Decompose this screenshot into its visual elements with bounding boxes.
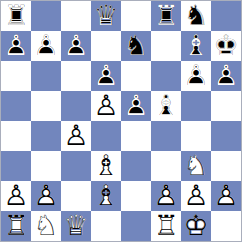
square-d3[interactable]: ♝♗ — [91, 151, 121, 181]
piece-outline-glyph: ♘ — [183, 2, 208, 30]
black-bishop[interactable]: ♝♗ — [181, 31, 211, 61]
square-b7[interactable]: ♟♙ — [31, 31, 61, 61]
white-knight[interactable]: ♞♘ — [181, 151, 211, 181]
piece-outline-glyph: ♖ — [153, 212, 178, 240]
square-d5[interactable]: ♟♙ — [91, 91, 121, 121]
square-e2[interactable] — [121, 181, 151, 211]
square-a8[interactable]: ♜♖ — [1, 1, 31, 31]
square-a3[interactable] — [1, 151, 31, 181]
white-queen[interactable]: ♛♕ — [61, 211, 91, 241]
piece-outline-glyph: ♘ — [183, 152, 208, 180]
black-king[interactable]: ♚♔ — [211, 31, 241, 61]
square-e6[interactable] — [121, 61, 151, 91]
piece-outline-glyph: ♕ — [93, 2, 118, 30]
square-e8[interactable] — [121, 1, 151, 31]
piece-fill-glyph: ♝ — [153, 92, 178, 120]
white-rook[interactable]: ♜♖ — [1, 211, 31, 241]
piece-fill-glyph: ♚ — [213, 32, 238, 60]
square-h1[interactable] — [211, 211, 241, 241]
square-b8[interactable] — [31, 1, 61, 31]
piece-outline-glyph: ♗ — [183, 32, 208, 60]
piece-fill-glyph: ♝ — [93, 152, 118, 180]
piece-fill-glyph: ♟ — [183, 62, 208, 90]
square-f5[interactable]: ♝♗ — [151, 91, 181, 121]
black-pawn[interactable]: ♟♙ — [31, 31, 61, 61]
piece-fill-glyph: ♟ — [3, 182, 28, 210]
piece-outline-glyph: ♗ — [153, 92, 178, 120]
white-rook[interactable]: ♜♖ — [151, 211, 181, 241]
piece-fill-glyph: ♜ — [153, 212, 178, 240]
black-pawn[interactable]: ♟♙ — [1, 31, 31, 61]
square-g5[interactable] — [181, 91, 211, 121]
square-c4[interactable]: ♟♙ — [61, 121, 91, 151]
piece-fill-glyph: ♟ — [33, 32, 58, 60]
black-pawn[interactable]: ♟♙ — [181, 61, 211, 91]
piece-fill-glyph: ♟ — [63, 122, 88, 150]
white-bishop[interactable]: ♝♗ — [91, 181, 121, 211]
square-c5[interactable] — [61, 91, 91, 121]
piece-fill-glyph: ♜ — [3, 2, 28, 30]
square-f3[interactable] — [151, 151, 181, 181]
piece-fill-glyph: ♜ — [3, 212, 28, 240]
piece-fill-glyph: ♟ — [33, 182, 58, 210]
piece-outline-glyph: ♙ — [33, 182, 58, 210]
black-queen[interactable]: ♛♕ — [91, 1, 121, 31]
square-e5[interactable]: ♟♙ — [121, 91, 151, 121]
white-pawn[interactable]: ♟♙ — [61, 121, 91, 151]
square-c3[interactable] — [61, 151, 91, 181]
square-a2[interactable]: ♟♙ — [1, 181, 31, 211]
square-a5[interactable] — [1, 91, 31, 121]
piece-fill-glyph: ♞ — [183, 152, 208, 180]
piece-outline-glyph: ♕ — [63, 212, 88, 240]
square-h6[interactable]: ♟♙ — [211, 61, 241, 91]
piece-fill-glyph: ♛ — [93, 2, 118, 30]
square-g1[interactable]: ♚♔ — [181, 211, 211, 241]
black-pawn[interactable]: ♟♙ — [121, 91, 151, 121]
square-b3[interactable] — [31, 151, 61, 181]
piece-fill-glyph: ♟ — [3, 32, 28, 60]
square-d8[interactable]: ♛♕ — [91, 1, 121, 31]
piece-outline-glyph: ♗ — [93, 182, 118, 210]
square-a1[interactable]: ♜♖ — [1, 211, 31, 241]
square-e7[interactable]: ♞♘ — [121, 31, 151, 61]
square-b4[interactable] — [31, 121, 61, 151]
black-rook[interactable]: ♜♖ — [151, 1, 181, 31]
black-pawn[interactable]: ♟♙ — [91, 61, 121, 91]
piece-outline-glyph: ♖ — [153, 2, 178, 30]
square-f4[interactable] — [151, 121, 181, 151]
piece-fill-glyph: ♞ — [33, 212, 58, 240]
square-b6[interactable] — [31, 61, 61, 91]
square-g7[interactable]: ♝♗ — [181, 31, 211, 61]
square-e3[interactable] — [121, 151, 151, 181]
square-b1[interactable]: ♞♘ — [31, 211, 61, 241]
piece-fill-glyph: ♟ — [213, 62, 238, 90]
black-pawn[interactable]: ♟♙ — [211, 61, 241, 91]
piece-fill-glyph: ♟ — [183, 182, 208, 210]
square-f7[interactable] — [151, 31, 181, 61]
square-h2[interactable]: ♟♙ — [211, 181, 241, 211]
white-pawn[interactable]: ♟♙ — [151, 181, 181, 211]
piece-outline-glyph: ♙ — [213, 182, 238, 210]
piece-fill-glyph: ♟ — [123, 92, 148, 120]
black-pawn[interactable]: ♟♙ — [61, 31, 91, 61]
square-c6[interactable] — [61, 61, 91, 91]
square-d6[interactable]: ♟♙ — [91, 61, 121, 91]
piece-outline-glyph: ♔ — [183, 212, 208, 240]
square-f6[interactable] — [151, 61, 181, 91]
piece-fill-glyph: ♝ — [93, 182, 118, 210]
square-a7[interactable]: ♟♙ — [1, 31, 31, 61]
square-g6[interactable]: ♟♙ — [181, 61, 211, 91]
piece-outline-glyph: ♙ — [183, 62, 208, 90]
square-d2[interactable]: ♝♗ — [91, 181, 121, 211]
piece-outline-glyph: ♖ — [3, 212, 28, 240]
white-bishop[interactable]: ♝♗ — [91, 151, 121, 181]
piece-outline-glyph: ♙ — [153, 182, 178, 210]
square-f1[interactable]: ♜♖ — [151, 211, 181, 241]
square-e4[interactable] — [121, 121, 151, 151]
piece-fill-glyph: ♜ — [153, 2, 178, 30]
piece-outline-glyph: ♘ — [33, 212, 58, 240]
square-c7[interactable]: ♟♙ — [61, 31, 91, 61]
square-a6[interactable] — [1, 61, 31, 91]
black-rook[interactable]: ♜♖ — [1, 1, 31, 31]
piece-outline-glyph: ♙ — [63, 122, 88, 150]
white-pawn[interactable]: ♟♙ — [1, 181, 31, 211]
piece-outline-glyph: ♙ — [183, 182, 208, 210]
square-c2[interactable] — [61, 181, 91, 211]
piece-fill-glyph: ♛ — [63, 212, 88, 240]
square-b2[interactable]: ♟♙ — [31, 181, 61, 211]
square-h3[interactable] — [211, 151, 241, 181]
square-g3[interactable]: ♞♘ — [181, 151, 211, 181]
square-f8[interactable]: ♜♖ — [151, 1, 181, 31]
square-c1[interactable]: ♛♕ — [61, 211, 91, 241]
square-a4[interactable] — [1, 121, 31, 151]
square-c8[interactable] — [61, 1, 91, 31]
black-bishop[interactable]: ♝♗ — [151, 91, 181, 121]
piece-outline-glyph: ♗ — [93, 152, 118, 180]
black-knight[interactable]: ♞♘ — [121, 31, 151, 61]
piece-fill-glyph: ♟ — [63, 32, 88, 60]
piece-fill-glyph: ♟ — [213, 182, 238, 210]
white-pawn[interactable]: ♟♙ — [181, 181, 211, 211]
white-pawn[interactable]: ♟♙ — [91, 91, 121, 121]
piece-fill-glyph: ♚ — [183, 212, 208, 240]
piece-outline-glyph: ♙ — [3, 182, 28, 210]
piece-outline-glyph: ♘ — [123, 32, 148, 60]
square-b5[interactable] — [31, 91, 61, 121]
white-pawn[interactable]: ♟♙ — [211, 181, 241, 211]
white-knight[interactable]: ♞♘ — [31, 211, 61, 241]
piece-outline-glyph: ♙ — [63, 32, 88, 60]
piece-outline-glyph: ♔ — [213, 32, 238, 60]
square-g4[interactable] — [181, 121, 211, 151]
square-h5[interactable] — [211, 91, 241, 121]
square-h8[interactable] — [211, 1, 241, 31]
black-knight[interactable]: ♞♘ — [181, 1, 211, 31]
square-d4[interactable] — [91, 121, 121, 151]
square-d1[interactable] — [91, 211, 121, 241]
piece-fill-glyph: ♝ — [183, 32, 208, 60]
square-e1[interactable] — [121, 211, 151, 241]
piece-outline-glyph: ♙ — [93, 92, 118, 120]
white-king[interactable]: ♚♔ — [181, 211, 211, 241]
piece-outline-glyph: ♖ — [3, 2, 28, 30]
square-f2[interactable]: ♟♙ — [151, 181, 181, 211]
piece-fill-glyph: ♞ — [123, 32, 148, 60]
square-g8[interactable]: ♞♘ — [181, 1, 211, 31]
piece-fill-glyph: ♞ — [183, 2, 208, 30]
piece-fill-glyph: ♟ — [93, 62, 118, 90]
piece-outline-glyph: ♙ — [213, 62, 238, 90]
piece-fill-glyph: ♟ — [93, 92, 118, 120]
piece-outline-glyph: ♙ — [123, 92, 148, 120]
square-h7[interactable]: ♚♔ — [211, 31, 241, 61]
piece-outline-glyph: ♙ — [93, 62, 118, 90]
piece-fill-glyph: ♟ — [153, 182, 178, 210]
piece-outline-glyph: ♙ — [33, 32, 58, 60]
square-g2[interactable]: ♟♙ — [181, 181, 211, 211]
square-d7[interactable] — [91, 31, 121, 61]
white-pawn[interactable]: ♟♙ — [31, 181, 61, 211]
chess-board: ♜♖♛♕♜♖♞♘♟♙♟♙♟♙♞♘♝♗♚♔♟♙♟♙♟♙♟♙♟♙♝♗♟♙♝♗♞♘♟♙… — [0, 0, 242, 242]
square-h4[interactable] — [211, 121, 241, 151]
piece-outline-glyph: ♙ — [3, 32, 28, 60]
